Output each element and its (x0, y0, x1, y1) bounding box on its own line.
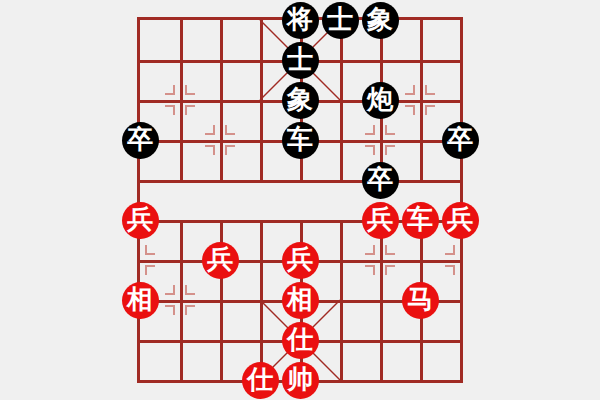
board-cell (220, 60, 260, 100)
black-elephant[interactable]: 象 (282, 82, 319, 119)
board-cell (140, 340, 180, 380)
board-cell (220, 300, 260, 340)
red-advisor[interactable]: 仕 (242, 362, 279, 399)
point-marker-bracket (365, 245, 375, 255)
point-marker-bracket (365, 145, 375, 155)
point-marker-bracket (225, 125, 235, 135)
board-cell (180, 180, 220, 220)
point-marker-bracket (385, 145, 395, 155)
point-marker-bracket (145, 245, 155, 255)
red-pawn[interactable]: 兵 (282, 242, 319, 279)
board-cell (340, 340, 380, 380)
board-cell (380, 340, 420, 380)
black-pawn[interactable]: 卒 (442, 122, 479, 159)
point-marker-bracket (425, 85, 435, 95)
board-cell (140, 20, 180, 60)
black-rook[interactable]: 车 (282, 122, 319, 159)
red-horse[interactable]: 马 (402, 282, 439, 319)
red-elephant[interactable]: 相 (282, 282, 319, 319)
point-marker-bracket (165, 305, 175, 315)
point-marker-bracket (185, 305, 195, 315)
point-marker-bracket (205, 145, 215, 155)
point-marker-bracket (165, 85, 175, 95)
point-marker-bracket (405, 105, 415, 115)
board-cell (420, 20, 460, 60)
point-marker-bracket (145, 265, 155, 275)
board-cell (220, 180, 260, 220)
board-cell (220, 20, 260, 60)
board-cell (260, 180, 300, 220)
point-marker-bracket (365, 265, 375, 275)
point-marker-bracket (445, 265, 455, 275)
red-advisor[interactable]: 仕 (282, 322, 319, 359)
black-elephant[interactable]: 象 (362, 2, 399, 39)
point-marker-bracket (385, 245, 395, 255)
red-pawn[interactable]: 兵 (122, 202, 159, 239)
red-pawn[interactable]: 兵 (202, 242, 239, 279)
black-king[interactable]: 将 (282, 2, 319, 39)
red-elephant[interactable]: 相 (122, 282, 159, 319)
black-cannon[interactable]: 炮 (362, 82, 399, 119)
point-marker-bracket (205, 125, 215, 135)
point-marker-bracket (365, 125, 375, 135)
point-marker-bracket (405, 85, 415, 95)
red-pawn[interactable]: 兵 (442, 202, 479, 239)
point-marker-bracket (185, 285, 195, 295)
point-marker-bracket (385, 265, 395, 275)
black-pawn[interactable]: 卒 (362, 162, 399, 199)
board-cell (340, 300, 380, 340)
black-pawn[interactable]: 卒 (122, 122, 159, 159)
point-marker-bracket (445, 245, 455, 255)
red-rook[interactable]: 车 (402, 202, 439, 239)
point-marker-bracket (425, 105, 435, 115)
point-marker-bracket (165, 105, 175, 115)
black-advisor[interactable]: 士 (282, 42, 319, 79)
board-cell (180, 340, 220, 380)
xiangqi-diagram: 将士象士象炮卒车卒卒兵兵车兵兵兵相相马仕仕帅 (0, 0, 600, 400)
point-marker-bracket (165, 285, 175, 295)
point-marker-bracket (385, 125, 395, 135)
board-cell (300, 180, 340, 220)
board-cell (420, 340, 460, 380)
red-pawn[interactable]: 兵 (362, 202, 399, 239)
black-advisor[interactable]: 士 (322, 2, 359, 39)
red-king[interactable]: 帅 (282, 362, 319, 399)
point-marker-bracket (185, 85, 195, 95)
point-marker-bracket (185, 105, 195, 115)
point-marker-bracket (225, 145, 235, 155)
board-cell (180, 20, 220, 60)
